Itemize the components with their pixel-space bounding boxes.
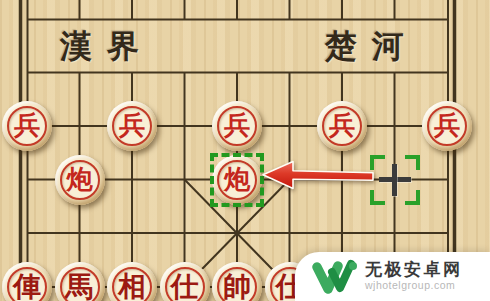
watermark-site-name: 无极安卓网 [365,261,463,280]
watermark-site-url: wjhotelgroup.com [365,280,463,292]
watermark-badge: 无极安卓网 wjhotelgroup.com [295,252,490,301]
xiangqi-board: 漢界 楚河 兵兵兵兵兵炮炮俥馬相仕帥仕 无极安卓网 [0,0,490,301]
watermark-logo-w-icon [311,257,357,297]
